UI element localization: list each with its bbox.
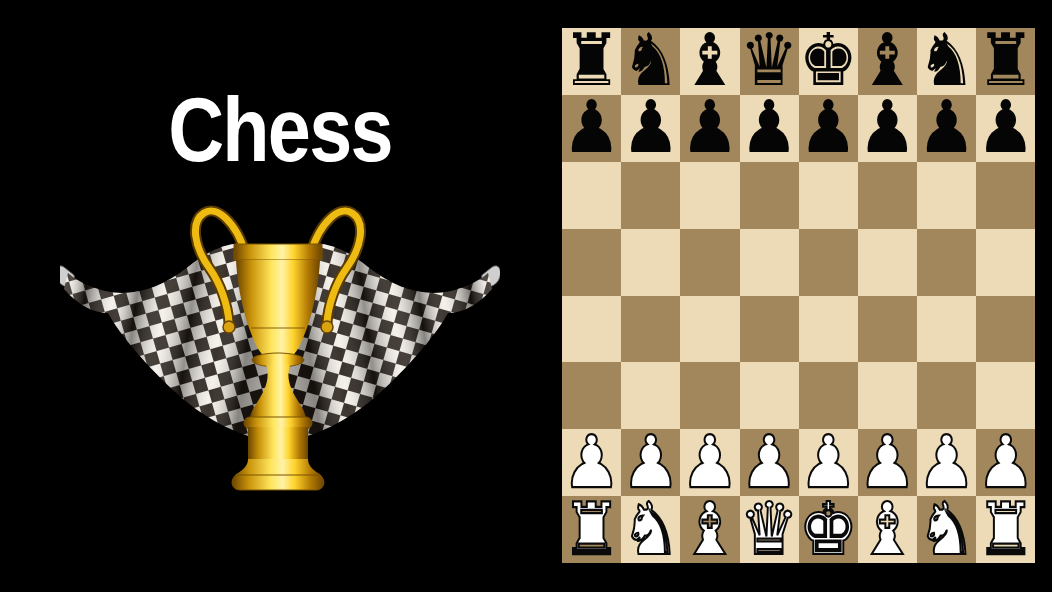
square-e1[interactable]: ♚ xyxy=(799,496,858,563)
square-c6[interactable] xyxy=(680,162,739,229)
square-g2[interactable]: ♟ xyxy=(917,429,976,496)
square-d4[interactable] xyxy=(740,296,799,363)
square-c4[interactable] xyxy=(680,296,739,363)
chess-board: ♜♞♝♛♚♝♞♜♟♟♟♟♟♟♟♟♟♟♟♟♟♟♟♟♜♞♝♛♚♝♞♜ xyxy=(562,28,1027,563)
square-a1[interactable]: ♜ xyxy=(562,496,621,563)
trophy-flags-artwork xyxy=(60,203,500,495)
square-h4[interactable] xyxy=(976,296,1035,363)
square-h2[interactable]: ♟ xyxy=(976,429,1035,496)
square-a4[interactable] xyxy=(562,296,621,363)
piece-black-pawn[interactable]: ♟ xyxy=(562,92,621,165)
square-g1[interactable]: ♞ xyxy=(917,496,976,563)
piece-white-rook[interactable]: ♜ xyxy=(562,493,621,566)
square-d5[interactable] xyxy=(740,229,799,296)
piece-white-king[interactable]: ♚ xyxy=(799,493,858,566)
promo-panel: Chess xyxy=(0,0,560,592)
piece-black-pawn[interactable]: ♟ xyxy=(680,92,739,165)
square-a7[interactable]: ♟ xyxy=(562,95,621,162)
piece-white-rook[interactable]: ♜ xyxy=(976,493,1035,566)
square-g4[interactable] xyxy=(917,296,976,363)
square-b2[interactable]: ♟ xyxy=(621,429,680,496)
square-f4[interactable] xyxy=(858,296,917,363)
piece-white-queen[interactable]: ♛ xyxy=(740,493,799,566)
piece-black-pawn[interactable]: ♟ xyxy=(621,92,680,165)
piece-black-pawn[interactable]: ♟ xyxy=(858,92,917,165)
piece-black-pawn[interactable]: ♟ xyxy=(917,92,976,165)
square-b7[interactable]: ♟ xyxy=(621,95,680,162)
square-b1[interactable]: ♞ xyxy=(621,496,680,563)
square-h6[interactable] xyxy=(976,162,1035,229)
square-g7[interactable]: ♟ xyxy=(917,95,976,162)
square-h1[interactable]: ♜ xyxy=(976,496,1035,563)
square-e2[interactable]: ♟ xyxy=(799,429,858,496)
piece-white-knight[interactable]: ♞ xyxy=(917,493,976,566)
square-f6[interactable] xyxy=(858,162,917,229)
square-e5[interactable] xyxy=(799,229,858,296)
piece-white-bishop[interactable]: ♝ xyxy=(858,493,917,566)
piece-white-bishop[interactable]: ♝ xyxy=(680,493,739,566)
square-b4[interactable] xyxy=(621,296,680,363)
square-h7[interactable]: ♟ xyxy=(976,95,1035,162)
square-h5[interactable] xyxy=(976,229,1035,296)
square-f5[interactable] xyxy=(858,229,917,296)
piece-black-pawn[interactable]: ♟ xyxy=(976,92,1035,165)
square-d1[interactable]: ♛ xyxy=(740,496,799,563)
square-a6[interactable] xyxy=(562,162,621,229)
piece-black-pawn[interactable]: ♟ xyxy=(799,92,858,165)
piece-black-pawn[interactable]: ♟ xyxy=(740,92,799,165)
square-a2[interactable]: ♟ xyxy=(562,429,621,496)
square-f7[interactable]: ♟ xyxy=(858,95,917,162)
promo-screenshot: Chess xyxy=(0,0,1052,592)
piece-white-knight[interactable]: ♞ xyxy=(621,493,680,566)
square-c1[interactable]: ♝ xyxy=(680,496,739,563)
app-title: Chess xyxy=(39,76,521,184)
square-e7[interactable]: ♟ xyxy=(799,95,858,162)
square-e6[interactable] xyxy=(799,162,858,229)
square-b5[interactable] xyxy=(621,229,680,296)
square-c5[interactable] xyxy=(680,229,739,296)
square-f2[interactable]: ♟ xyxy=(858,429,917,496)
square-g5[interactable] xyxy=(917,229,976,296)
square-e4[interactable] xyxy=(799,296,858,363)
square-d2[interactable]: ♟ xyxy=(740,429,799,496)
square-f1[interactable]: ♝ xyxy=(858,496,917,563)
square-a5[interactable] xyxy=(562,229,621,296)
square-c2[interactable]: ♟ xyxy=(680,429,739,496)
square-c7[interactable]: ♟ xyxy=(680,95,739,162)
square-d7[interactable]: ♟ xyxy=(740,95,799,162)
square-g6[interactable] xyxy=(917,162,976,229)
square-d6[interactable] xyxy=(740,162,799,229)
square-b6[interactable] xyxy=(621,162,680,229)
